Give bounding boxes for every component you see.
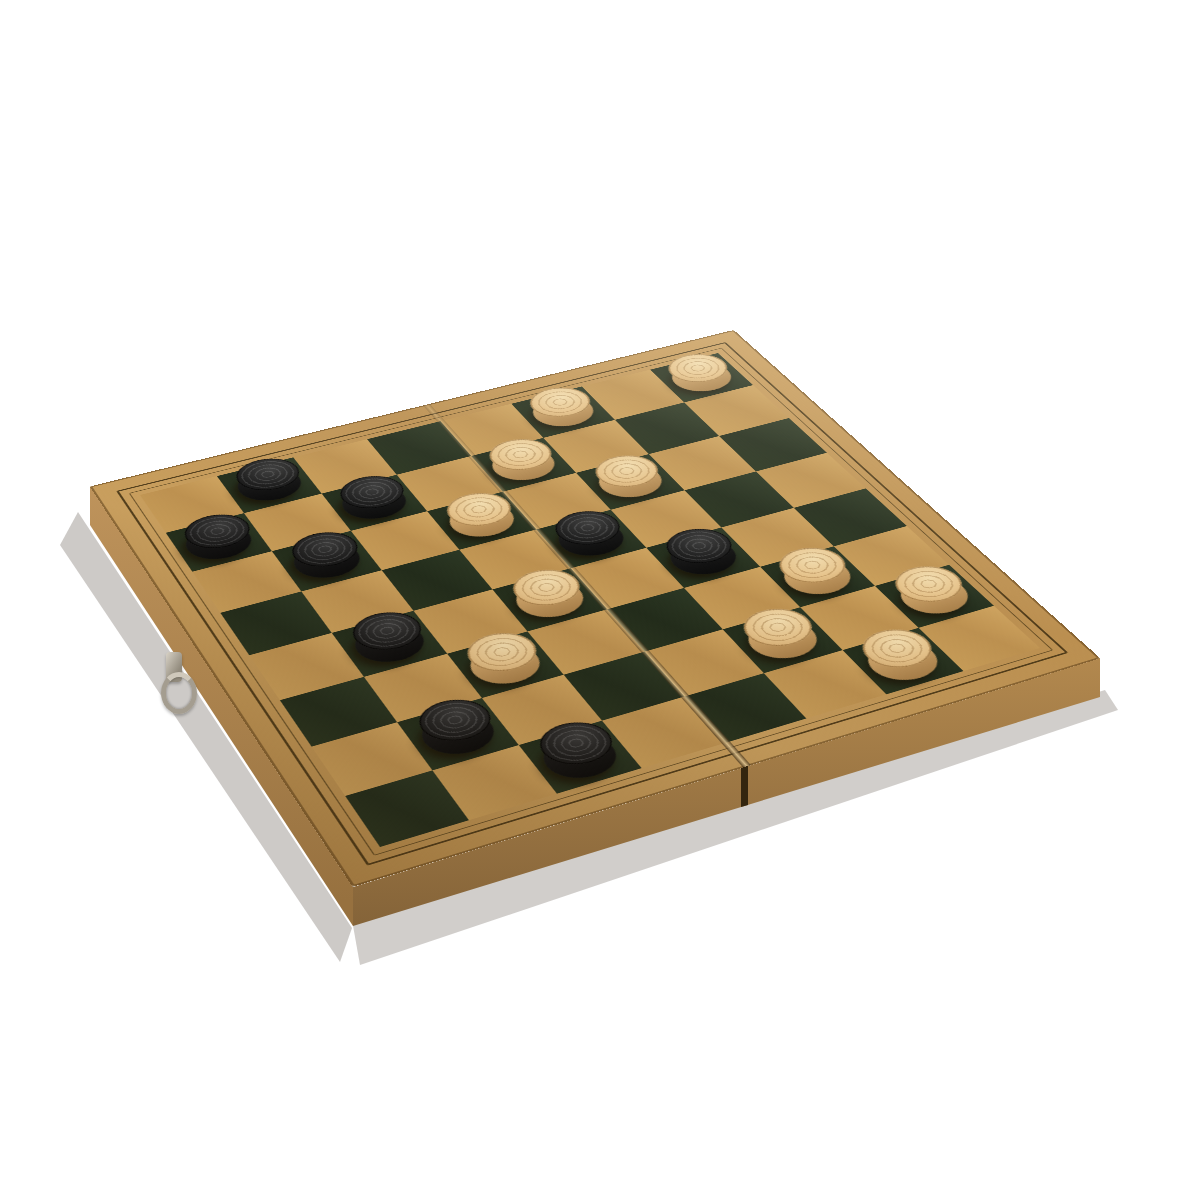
checker-piece-dark[interactable]: ⛂ bbox=[333, 481, 415, 525]
board-surface: ⛀⛀⛀⛀⛀⛀⛂⛀⛀⛂⛀⛀⛂⛀⛂⛂⛂⛂⛂⛂ bbox=[90, 330, 1101, 887]
checker-piece-light[interactable]: ⛀ bbox=[506, 575, 594, 624]
product-photo-stage: ⛀⛀⛀⛀⛀⛀⛂⛀⛀⛂⛀⛀⛂⛀⛂⛂⛂⛂⛂⛂ bbox=[0, 0, 1200, 1200]
checker-piece-dark[interactable]: ⛂ bbox=[532, 728, 628, 785]
metal-clasp bbox=[158, 652, 192, 708]
checker-piece-light[interactable]: ⛀ bbox=[589, 460, 673, 503]
checker-piece-light[interactable]: ⛀ bbox=[460, 638, 551, 690]
checker-piece-dark[interactable]: ⛂ bbox=[411, 706, 505, 762]
checker-piece-light[interactable]: ⛀ bbox=[856, 635, 950, 687]
checker-piece-light[interactable]: ⛀ bbox=[440, 498, 524, 543]
checker-piece-light[interactable]: ⛀ bbox=[523, 392, 603, 432]
checker-piece-dark[interactable]: ⛂ bbox=[177, 519, 260, 565]
checker-piece-dark[interactable]: ⛂ bbox=[229, 463, 310, 506]
checker-piece-dark[interactable]: ⛂ bbox=[659, 534, 747, 581]
checker-piece-light[interactable]: ⛀ bbox=[889, 572, 981, 621]
checker-piece-dark[interactable]: ⛂ bbox=[345, 618, 434, 669]
checker-piece-light[interactable]: ⛀ bbox=[662, 358, 741, 396]
checker-piece-light[interactable]: ⛀ bbox=[737, 614, 829, 665]
checker-piece-light[interactable]: ⛀ bbox=[483, 443, 565, 485]
checker-piece-dark[interactable]: ⛂ bbox=[285, 537, 370, 584]
pieces-layer: ⛀⛀⛀⛀⛀⛀⛂⛀⛀⛂⛀⛀⛂⛀⛂⛂⛂⛂⛂⛂ bbox=[90, 330, 1101, 887]
checker-piece-light[interactable]: ⛀ bbox=[773, 553, 863, 601]
checker-piece-dark[interactable]: ⛂ bbox=[548, 516, 634, 562]
clasp-loop-icon bbox=[161, 672, 197, 714]
